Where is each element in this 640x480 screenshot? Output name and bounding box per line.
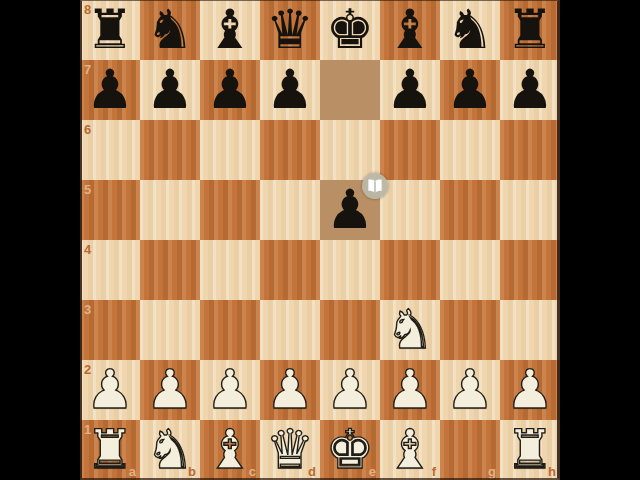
square-a5[interactable]: 5	[80, 180, 140, 240]
square-f4[interactable]	[380, 240, 440, 300]
black-pawn[interactable]: ♟	[440, 60, 500, 120]
square-e6[interactable]	[320, 120, 380, 180]
square-h1[interactable]: h♜	[500, 420, 560, 480]
black-bishop[interactable]: ♝	[200, 0, 260, 60]
square-a6[interactable]: 6	[80, 120, 140, 180]
white-knight[interactable]: ♞	[140, 420, 200, 480]
square-c5[interactable]	[200, 180, 260, 240]
white-pawn[interactable]: ♟	[260, 360, 320, 420]
square-g6[interactable]	[440, 120, 500, 180]
black-bishop[interactable]: ♝	[380, 0, 440, 60]
square-b8[interactable]: ♞	[140, 0, 200, 60]
square-f8[interactable]: ♝	[380, 0, 440, 60]
square-h2[interactable]: ♟	[500, 360, 560, 420]
square-g5[interactable]	[440, 180, 500, 240]
white-pawn[interactable]: ♟	[500, 360, 560, 420]
white-king[interactable]: ♚	[320, 420, 380, 480]
book-move-badge	[362, 173, 388, 199]
black-pawn[interactable]: ♟	[500, 60, 560, 120]
square-a8[interactable]: 8♜	[80, 0, 140, 60]
square-c8[interactable]: ♝	[200, 0, 260, 60]
square-b4[interactable]	[140, 240, 200, 300]
square-h4[interactable]	[500, 240, 560, 300]
white-pawn[interactable]: ♟	[320, 360, 380, 420]
square-g7[interactable]: ♟	[440, 60, 500, 120]
coord-file-g: g	[488, 464, 496, 479]
square-e3[interactable]	[320, 300, 380, 360]
black-pawn[interactable]: ♟	[80, 60, 140, 120]
square-h7[interactable]: ♟	[500, 60, 560, 120]
square-e1[interactable]: e♚	[320, 420, 380, 480]
square-e7[interactable]	[320, 60, 380, 120]
white-rook[interactable]: ♜	[80, 420, 140, 480]
white-pawn[interactable]: ♟	[80, 360, 140, 420]
square-g3[interactable]	[440, 300, 500, 360]
black-king[interactable]: ♚	[320, 0, 380, 60]
square-a4[interactable]: 4	[80, 240, 140, 300]
app-background: 8♜♞♝♛♚♝♞♜7♟♟♟♟♟♟♟65♟43♞2♟♟♟♟♟♟♟♟1a♜b♞c♝d…	[0, 0, 640, 480]
open-book-icon	[366, 178, 384, 194]
square-f3[interactable]: ♞	[380, 300, 440, 360]
square-c4[interactable]	[200, 240, 260, 300]
black-pawn[interactable]: ♟	[380, 60, 440, 120]
coord-rank-4: 4	[84, 242, 91, 257]
black-pawn[interactable]: ♟	[200, 60, 260, 120]
square-b7[interactable]: ♟	[140, 60, 200, 120]
white-pawn[interactable]: ♟	[440, 360, 500, 420]
square-b6[interactable]	[140, 120, 200, 180]
square-d1[interactable]: d♛	[260, 420, 320, 480]
black-rook[interactable]: ♜	[80, 0, 140, 60]
black-pawn[interactable]: ♟	[140, 60, 200, 120]
white-bishop[interactable]: ♝	[380, 420, 440, 480]
black-rook[interactable]: ♜	[500, 0, 560, 60]
white-pawn[interactable]: ♟	[140, 360, 200, 420]
square-f2[interactable]: ♟	[380, 360, 440, 420]
square-g8[interactable]: ♞	[440, 0, 500, 60]
square-d6[interactable]	[260, 120, 320, 180]
white-pawn[interactable]: ♟	[380, 360, 440, 420]
square-d4[interactable]	[260, 240, 320, 300]
square-c3[interactable]	[200, 300, 260, 360]
square-h5[interactable]	[500, 180, 560, 240]
coord-rank-3: 3	[84, 302, 91, 317]
square-b2[interactable]: ♟	[140, 360, 200, 420]
square-d8[interactable]: ♛	[260, 0, 320, 60]
coord-rank-6: 6	[84, 122, 91, 137]
square-g1[interactable]: g	[440, 420, 500, 480]
white-bishop[interactable]: ♝	[200, 420, 260, 480]
square-c6[interactable]	[200, 120, 260, 180]
square-h8[interactable]: ♜	[500, 0, 560, 60]
square-c7[interactable]: ♟	[200, 60, 260, 120]
square-g2[interactable]: ♟	[440, 360, 500, 420]
white-rook[interactable]: ♜	[500, 420, 560, 480]
square-d7[interactable]: ♟	[260, 60, 320, 120]
square-e8[interactable]: ♚	[320, 0, 380, 60]
white-knight[interactable]: ♞	[380, 300, 440, 360]
square-a2[interactable]: 2♟	[80, 360, 140, 420]
square-a3[interactable]: 3	[80, 300, 140, 360]
square-f7[interactable]: ♟	[380, 60, 440, 120]
square-b1[interactable]: b♞	[140, 420, 200, 480]
square-a7[interactable]: 7♟	[80, 60, 140, 120]
square-d5[interactable]	[260, 180, 320, 240]
square-c1[interactable]: c♝	[200, 420, 260, 480]
white-queen[interactable]: ♛	[260, 420, 320, 480]
square-c2[interactable]: ♟	[200, 360, 260, 420]
coord-rank-5: 5	[84, 182, 91, 197]
square-f1[interactable]: f♝	[380, 420, 440, 480]
square-h3[interactable]	[500, 300, 560, 360]
square-b3[interactable]	[140, 300, 200, 360]
square-f5[interactable]	[380, 180, 440, 240]
square-e4[interactable]	[320, 240, 380, 300]
square-d2[interactable]: ♟	[260, 360, 320, 420]
white-pawn[interactable]: ♟	[200, 360, 260, 420]
black-pawn[interactable]: ♟	[260, 60, 320, 120]
square-e2[interactable]: ♟	[320, 360, 380, 420]
square-h6[interactable]	[500, 120, 560, 180]
square-b5[interactable]	[140, 180, 200, 240]
square-f6[interactable]	[380, 120, 440, 180]
square-g4[interactable]	[440, 240, 500, 300]
black-queen[interactable]: ♛	[260, 0, 320, 60]
black-knight[interactable]: ♞	[440, 0, 500, 60]
black-knight[interactable]: ♞	[140, 0, 200, 60]
square-d3[interactable]	[260, 300, 320, 360]
square-a1[interactable]: 1a♜	[80, 420, 140, 480]
chess-board[interactable]: 8♜♞♝♛♚♝♞♜7♟♟♟♟♟♟♟65♟43♞2♟♟♟♟♟♟♟♟1a♜b♞c♝d…	[80, 0, 560, 480]
